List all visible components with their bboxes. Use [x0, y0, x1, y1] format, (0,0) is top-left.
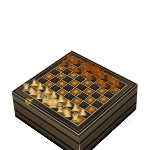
- chess-casket: ♜♞♝♛♚♝♞♜♟♟♟♟♟♟♟♟♟♟♟♟♟♟♟♟♜♞♝♛♚♝♞♜: [12, 51, 138, 135]
- product-photo-stage: ♜♞♝♛♚♝♞♜♟♟♟♟♟♟♟♟♟♟♟♟♟♟♟♟♜♞♝♛♚♝♞♜: [0, 0, 150, 150]
- scene: ♜♞♝♛♚♝♞♜♟♟♟♟♟♟♟♟♟♟♟♟♟♟♟♟♜♞♝♛♚♝♞♜: [0, 0, 150, 150]
- white-rook-h1: ♜: [70, 113, 80, 124]
- black-pawn-h7: ♟: [108, 84, 117, 93]
